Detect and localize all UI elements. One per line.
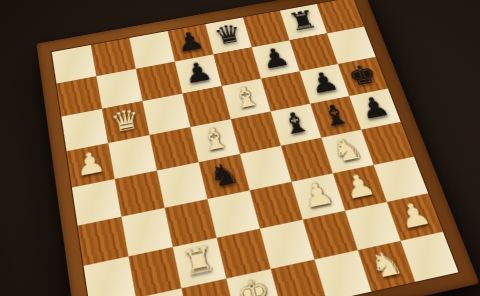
white-pawn-g3[interactable]: ♟ — [339, 168, 378, 204]
black-pawn-g6[interactable]: ♟ — [306, 66, 342, 97]
white-bishop-e6[interactable]: ♝ — [228, 81, 263, 113]
white-king-d1[interactable]: ♚ — [233, 272, 273, 296]
black-rook-g8[interactable]: ♜ — [286, 6, 320, 34]
white-pawn-h2[interactable]: ♟ — [393, 196, 434, 233]
chess-board[interactable]: ♟♛♜♟♟♛♝♟♚♟♝♝♝♟♞♞♟♟♜♟♚♞ — [50, 0, 460, 296]
chess-board-wrap: ♟♛♜♟♟♛♝♟♚♟♝♝♝♟♞♞♟♟♜♟♚♞ — [36, 0, 479, 296]
black-bishop-f5[interactable]: ♝ — [277, 106, 314, 139]
board-frame: ♟♛♜♟♟♛♝♟♚♟♝♝♝♟♞♞♟♟♜♟♚♞ — [36, 0, 479, 296]
black-bishop-g5[interactable]: ♝ — [316, 99, 353, 131]
white-pawn-f3[interactable]: ♟ — [298, 176, 337, 212]
white-queen-b6[interactable]: ♛ — [108, 104, 142, 137]
black-pawn-f7[interactable]: ♟ — [258, 43, 293, 73]
black-queen-e8[interactable]: ♛ — [211, 20, 245, 49]
white-pawn-a5[interactable]: ♟ — [73, 146, 108, 181]
black-king-h6[interactable]: ♚ — [344, 59, 381, 90]
photo-background: { "game": "chess", "scene": { "descripti… — [0, 0, 480, 296]
white-rook-c2[interactable]: ♜ — [180, 241, 219, 280]
black-knight-d4[interactable]: ♞ — [205, 157, 242, 192]
white-knight-g4[interactable]: ♞ — [328, 132, 366, 166]
white-bishop-d5[interactable]: ♝ — [197, 122, 233, 155]
black-pawn-d7[interactable]: ♟ — [181, 57, 215, 87]
white-knight-g1[interactable]: ♞ — [365, 244, 407, 283]
black-pawn-h5[interactable]: ♟ — [355, 91, 393, 123]
black-pawn-d8[interactable]: ♟ — [173, 26, 206, 55]
